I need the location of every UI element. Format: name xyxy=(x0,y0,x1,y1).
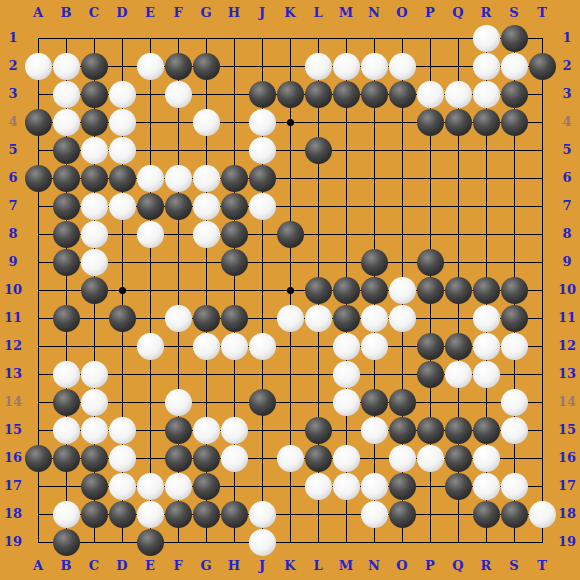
intersection-A16[interactable] xyxy=(24,444,52,472)
intersection-B15[interactable] xyxy=(52,416,80,444)
intersection-G17[interactable] xyxy=(192,472,220,500)
intersection-J8[interactable] xyxy=(248,220,276,248)
intersection-R8[interactable] xyxy=(472,220,500,248)
intersection-P15[interactable] xyxy=(416,416,444,444)
intersection-K17[interactable] xyxy=(276,472,304,500)
intersection-F16[interactable] xyxy=(164,444,192,472)
intersection-E11[interactable] xyxy=(136,304,164,332)
intersection-K5[interactable] xyxy=(276,136,304,164)
intersection-S14[interactable] xyxy=(500,388,528,416)
intersection-Q13[interactable] xyxy=(444,360,472,388)
intersection-B14[interactable] xyxy=(52,388,80,416)
intersection-O19[interactable] xyxy=(388,528,416,556)
intersection-S19[interactable] xyxy=(500,528,528,556)
intersection-B19[interactable] xyxy=(52,528,80,556)
intersection-J18[interactable] xyxy=(248,500,276,528)
intersection-F11[interactable] xyxy=(164,304,192,332)
intersection-K8[interactable] xyxy=(276,220,304,248)
intersection-R12[interactable] xyxy=(472,332,500,360)
intersection-J3[interactable] xyxy=(248,80,276,108)
intersection-F6[interactable] xyxy=(164,164,192,192)
intersection-S13[interactable] xyxy=(500,360,528,388)
intersection-T15[interactable] xyxy=(528,416,556,444)
intersection-N18[interactable] xyxy=(360,500,388,528)
intersection-B18[interactable] xyxy=(52,500,80,528)
intersection-H6[interactable] xyxy=(220,164,248,192)
intersection-J13[interactable] xyxy=(248,360,276,388)
intersection-O9[interactable] xyxy=(388,248,416,276)
intersection-B12[interactable] xyxy=(52,332,80,360)
intersection-R1[interactable] xyxy=(472,24,500,52)
intersection-L6[interactable] xyxy=(304,164,332,192)
intersection-M18[interactable] xyxy=(332,500,360,528)
intersection-G18[interactable] xyxy=(192,500,220,528)
intersection-T19[interactable] xyxy=(528,528,556,556)
intersection-O6[interactable] xyxy=(388,164,416,192)
intersection-A14[interactable] xyxy=(24,388,52,416)
intersection-G3[interactable] xyxy=(192,80,220,108)
intersection-G16[interactable] xyxy=(192,444,220,472)
intersection-P7[interactable] xyxy=(416,192,444,220)
intersection-O18[interactable] xyxy=(388,500,416,528)
intersection-C2[interactable] xyxy=(80,52,108,80)
intersection-T10[interactable] xyxy=(528,276,556,304)
intersection-A1[interactable] xyxy=(24,24,52,52)
intersection-M11[interactable] xyxy=(332,304,360,332)
intersection-N17[interactable] xyxy=(360,472,388,500)
intersection-H10[interactable] xyxy=(220,276,248,304)
intersection-J5[interactable] xyxy=(248,136,276,164)
intersection-F9[interactable] xyxy=(164,248,192,276)
intersection-L3[interactable] xyxy=(304,80,332,108)
intersection-P5[interactable] xyxy=(416,136,444,164)
intersection-G7[interactable] xyxy=(192,192,220,220)
intersection-A10[interactable] xyxy=(24,276,52,304)
intersection-D14[interactable] xyxy=(108,388,136,416)
intersection-C18[interactable] xyxy=(80,500,108,528)
intersection-R11[interactable] xyxy=(472,304,500,332)
intersection-P4[interactable] xyxy=(416,108,444,136)
intersection-B17[interactable] xyxy=(52,472,80,500)
intersection-O15[interactable] xyxy=(388,416,416,444)
intersection-D11[interactable] xyxy=(108,304,136,332)
intersection-L13[interactable] xyxy=(304,360,332,388)
intersection-T3[interactable] xyxy=(528,80,556,108)
intersection-R15[interactable] xyxy=(472,416,500,444)
intersection-R4[interactable] xyxy=(472,108,500,136)
intersection-O17[interactable] xyxy=(388,472,416,500)
intersection-B10[interactable] xyxy=(52,276,80,304)
intersection-J12[interactable] xyxy=(248,332,276,360)
intersection-F12[interactable] xyxy=(164,332,192,360)
intersection-T6[interactable] xyxy=(528,164,556,192)
intersection-G2[interactable] xyxy=(192,52,220,80)
intersection-D19[interactable] xyxy=(108,528,136,556)
intersection-D8[interactable] xyxy=(108,220,136,248)
intersection-F3[interactable] xyxy=(164,80,192,108)
intersection-B3[interactable] xyxy=(52,80,80,108)
intersection-T11[interactable] xyxy=(528,304,556,332)
intersection-N1[interactable] xyxy=(360,24,388,52)
intersection-J6[interactable] xyxy=(248,164,276,192)
intersection-R19[interactable] xyxy=(472,528,500,556)
intersection-B1[interactable] xyxy=(52,24,80,52)
go-board-grid[interactable] xyxy=(24,24,556,556)
intersection-K7[interactable] xyxy=(276,192,304,220)
intersection-A6[interactable] xyxy=(24,164,52,192)
intersection-S9[interactable] xyxy=(500,248,528,276)
intersection-A5[interactable] xyxy=(24,136,52,164)
intersection-K14[interactable] xyxy=(276,388,304,416)
intersection-F17[interactable] xyxy=(164,472,192,500)
intersection-L9[interactable] xyxy=(304,248,332,276)
intersection-Q5[interactable] xyxy=(444,136,472,164)
intersection-B16[interactable] xyxy=(52,444,80,472)
intersection-R3[interactable] xyxy=(472,80,500,108)
intersection-F15[interactable] xyxy=(164,416,192,444)
intersection-O16[interactable] xyxy=(388,444,416,472)
intersection-A7[interactable] xyxy=(24,192,52,220)
intersection-K10[interactable] xyxy=(276,276,304,304)
intersection-O11[interactable] xyxy=(388,304,416,332)
intersection-E13[interactable] xyxy=(136,360,164,388)
intersection-H5[interactable] xyxy=(220,136,248,164)
intersection-H3[interactable] xyxy=(220,80,248,108)
intersection-A2[interactable] xyxy=(24,52,52,80)
intersection-M7[interactable] xyxy=(332,192,360,220)
intersection-Q17[interactable] xyxy=(444,472,472,500)
intersection-E15[interactable] xyxy=(136,416,164,444)
intersection-J9[interactable] xyxy=(248,248,276,276)
intersection-G8[interactable] xyxy=(192,220,220,248)
intersection-B13[interactable] xyxy=(52,360,80,388)
intersection-L4[interactable] xyxy=(304,108,332,136)
intersection-O2[interactable] xyxy=(388,52,416,80)
intersection-N19[interactable] xyxy=(360,528,388,556)
intersection-A11[interactable] xyxy=(24,304,52,332)
intersection-M16[interactable] xyxy=(332,444,360,472)
intersection-A15[interactable] xyxy=(24,416,52,444)
intersection-D5[interactable] xyxy=(108,136,136,164)
intersection-E8[interactable] xyxy=(136,220,164,248)
intersection-F10[interactable] xyxy=(164,276,192,304)
intersection-N2[interactable] xyxy=(360,52,388,80)
intersection-K2[interactable] xyxy=(276,52,304,80)
intersection-E10[interactable] xyxy=(136,276,164,304)
intersection-C1[interactable] xyxy=(80,24,108,52)
intersection-N16[interactable] xyxy=(360,444,388,472)
intersection-T14[interactable] xyxy=(528,388,556,416)
intersection-C8[interactable] xyxy=(80,220,108,248)
intersection-B9[interactable] xyxy=(52,248,80,276)
intersection-K6[interactable] xyxy=(276,164,304,192)
intersection-G12[interactable] xyxy=(192,332,220,360)
intersection-L8[interactable] xyxy=(304,220,332,248)
intersection-K13[interactable] xyxy=(276,360,304,388)
intersection-G14[interactable] xyxy=(192,388,220,416)
intersection-H7[interactable] xyxy=(220,192,248,220)
intersection-K16[interactable] xyxy=(276,444,304,472)
intersection-F13[interactable] xyxy=(164,360,192,388)
intersection-M15[interactable] xyxy=(332,416,360,444)
intersection-P14[interactable] xyxy=(416,388,444,416)
intersection-T12[interactable] xyxy=(528,332,556,360)
intersection-D15[interactable] xyxy=(108,416,136,444)
intersection-S2[interactable] xyxy=(500,52,528,80)
intersection-D3[interactable] xyxy=(108,80,136,108)
intersection-H9[interactable] xyxy=(220,248,248,276)
intersection-L16[interactable] xyxy=(304,444,332,472)
intersection-K1[interactable] xyxy=(276,24,304,52)
intersection-C14[interactable] xyxy=(80,388,108,416)
intersection-P13[interactable] xyxy=(416,360,444,388)
intersection-S11[interactable] xyxy=(500,304,528,332)
intersection-M17[interactable] xyxy=(332,472,360,500)
intersection-N10[interactable] xyxy=(360,276,388,304)
intersection-L19[interactable] xyxy=(304,528,332,556)
intersection-A13[interactable] xyxy=(24,360,52,388)
intersection-P18[interactable] xyxy=(416,500,444,528)
intersection-L2[interactable] xyxy=(304,52,332,80)
intersection-B7[interactable] xyxy=(52,192,80,220)
intersection-T8[interactable] xyxy=(528,220,556,248)
intersection-J17[interactable] xyxy=(248,472,276,500)
intersection-L10[interactable] xyxy=(304,276,332,304)
intersection-J15[interactable] xyxy=(248,416,276,444)
intersection-S15[interactable] xyxy=(500,416,528,444)
intersection-C10[interactable] xyxy=(80,276,108,304)
intersection-S17[interactable] xyxy=(500,472,528,500)
intersection-L14[interactable] xyxy=(304,388,332,416)
intersection-C16[interactable] xyxy=(80,444,108,472)
intersection-Q7[interactable] xyxy=(444,192,472,220)
intersection-F2[interactable] xyxy=(164,52,192,80)
intersection-F8[interactable] xyxy=(164,220,192,248)
intersection-H2[interactable] xyxy=(220,52,248,80)
intersection-T9[interactable] xyxy=(528,248,556,276)
intersection-F1[interactable] xyxy=(164,24,192,52)
intersection-O1[interactable] xyxy=(388,24,416,52)
intersection-Q14[interactable] xyxy=(444,388,472,416)
intersection-E3[interactable] xyxy=(136,80,164,108)
intersection-G15[interactable] xyxy=(192,416,220,444)
intersection-M3[interactable] xyxy=(332,80,360,108)
intersection-J19[interactable] xyxy=(248,528,276,556)
intersection-G5[interactable] xyxy=(192,136,220,164)
intersection-G11[interactable] xyxy=(192,304,220,332)
intersection-T4[interactable] xyxy=(528,108,556,136)
intersection-L1[interactable] xyxy=(304,24,332,52)
intersection-E2[interactable] xyxy=(136,52,164,80)
intersection-H4[interactable] xyxy=(220,108,248,136)
intersection-C19[interactable] xyxy=(80,528,108,556)
intersection-N13[interactable] xyxy=(360,360,388,388)
intersection-M8[interactable] xyxy=(332,220,360,248)
intersection-D12[interactable] xyxy=(108,332,136,360)
intersection-D16[interactable] xyxy=(108,444,136,472)
intersection-L17[interactable] xyxy=(304,472,332,500)
intersection-E5[interactable] xyxy=(136,136,164,164)
intersection-Q18[interactable] xyxy=(444,500,472,528)
intersection-M4[interactable] xyxy=(332,108,360,136)
intersection-H14[interactable] xyxy=(220,388,248,416)
intersection-Q15[interactable] xyxy=(444,416,472,444)
intersection-K19[interactable] xyxy=(276,528,304,556)
intersection-B5[interactable] xyxy=(52,136,80,164)
intersection-R6[interactable] xyxy=(472,164,500,192)
intersection-G4[interactable] xyxy=(192,108,220,136)
intersection-S18[interactable] xyxy=(500,500,528,528)
intersection-P6[interactable] xyxy=(416,164,444,192)
intersection-M12[interactable] xyxy=(332,332,360,360)
intersection-C3[interactable] xyxy=(80,80,108,108)
intersection-J14[interactable] xyxy=(248,388,276,416)
intersection-Q2[interactable] xyxy=(444,52,472,80)
intersection-P1[interactable] xyxy=(416,24,444,52)
intersection-E4[interactable] xyxy=(136,108,164,136)
intersection-R16[interactable] xyxy=(472,444,500,472)
intersection-B2[interactable] xyxy=(52,52,80,80)
intersection-D2[interactable] xyxy=(108,52,136,80)
intersection-H11[interactable] xyxy=(220,304,248,332)
intersection-O8[interactable] xyxy=(388,220,416,248)
intersection-K18[interactable] xyxy=(276,500,304,528)
intersection-Q3[interactable] xyxy=(444,80,472,108)
intersection-J11[interactable] xyxy=(248,304,276,332)
intersection-R17[interactable] xyxy=(472,472,500,500)
intersection-E17[interactable] xyxy=(136,472,164,500)
intersection-F4[interactable] xyxy=(164,108,192,136)
intersection-L5[interactable] xyxy=(304,136,332,164)
intersection-Q16[interactable] xyxy=(444,444,472,472)
intersection-E19[interactable] xyxy=(136,528,164,556)
intersection-N14[interactable] xyxy=(360,388,388,416)
intersection-E16[interactable] xyxy=(136,444,164,472)
intersection-Q10[interactable] xyxy=(444,276,472,304)
intersection-S6[interactable] xyxy=(500,164,528,192)
intersection-S7[interactable] xyxy=(500,192,528,220)
intersection-C5[interactable] xyxy=(80,136,108,164)
intersection-G9[interactable] xyxy=(192,248,220,276)
intersection-T1[interactable] xyxy=(528,24,556,52)
intersection-A3[interactable] xyxy=(24,80,52,108)
intersection-J1[interactable] xyxy=(248,24,276,52)
intersection-N5[interactable] xyxy=(360,136,388,164)
intersection-E18[interactable] xyxy=(136,500,164,528)
intersection-R10[interactable] xyxy=(472,276,500,304)
intersection-T18[interactable] xyxy=(528,500,556,528)
intersection-B11[interactable] xyxy=(52,304,80,332)
intersection-G10[interactable] xyxy=(192,276,220,304)
intersection-S1[interactable] xyxy=(500,24,528,52)
intersection-O10[interactable] xyxy=(388,276,416,304)
intersection-C7[interactable] xyxy=(80,192,108,220)
intersection-J10[interactable] xyxy=(248,276,276,304)
intersection-Q12[interactable] xyxy=(444,332,472,360)
intersection-O13[interactable] xyxy=(388,360,416,388)
intersection-P11[interactable] xyxy=(416,304,444,332)
intersection-L11[interactable] xyxy=(304,304,332,332)
intersection-G19[interactable] xyxy=(192,528,220,556)
intersection-M13[interactable] xyxy=(332,360,360,388)
intersection-J7[interactable] xyxy=(248,192,276,220)
intersection-A12[interactable] xyxy=(24,332,52,360)
intersection-P9[interactable] xyxy=(416,248,444,276)
intersection-K15[interactable] xyxy=(276,416,304,444)
intersection-H12[interactable] xyxy=(220,332,248,360)
intersection-B8[interactable] xyxy=(52,220,80,248)
intersection-M2[interactable] xyxy=(332,52,360,80)
intersection-C4[interactable] xyxy=(80,108,108,136)
intersection-E6[interactable] xyxy=(136,164,164,192)
intersection-P17[interactable] xyxy=(416,472,444,500)
intersection-C15[interactable] xyxy=(80,416,108,444)
intersection-M10[interactable] xyxy=(332,276,360,304)
intersection-T7[interactable] xyxy=(528,192,556,220)
intersection-C9[interactable] xyxy=(80,248,108,276)
intersection-P16[interactable] xyxy=(416,444,444,472)
intersection-H13[interactable] xyxy=(220,360,248,388)
intersection-F14[interactable] xyxy=(164,388,192,416)
intersection-T5[interactable] xyxy=(528,136,556,164)
intersection-E14[interactable] xyxy=(136,388,164,416)
intersection-N7[interactable] xyxy=(360,192,388,220)
intersection-D18[interactable] xyxy=(108,500,136,528)
intersection-H1[interactable] xyxy=(220,24,248,52)
intersection-A8[interactable] xyxy=(24,220,52,248)
intersection-C6[interactable] xyxy=(80,164,108,192)
intersection-A19[interactable] xyxy=(24,528,52,556)
intersection-P19[interactable] xyxy=(416,528,444,556)
intersection-Q9[interactable] xyxy=(444,248,472,276)
intersection-M6[interactable] xyxy=(332,164,360,192)
intersection-R18[interactable] xyxy=(472,500,500,528)
intersection-D1[interactable] xyxy=(108,24,136,52)
intersection-Q1[interactable] xyxy=(444,24,472,52)
intersection-R13[interactable] xyxy=(472,360,500,388)
intersection-G6[interactable] xyxy=(192,164,220,192)
intersection-P10[interactable] xyxy=(416,276,444,304)
intersection-Q6[interactable] xyxy=(444,164,472,192)
intersection-R5[interactable] xyxy=(472,136,500,164)
intersection-O7[interactable] xyxy=(388,192,416,220)
intersection-E12[interactable] xyxy=(136,332,164,360)
intersection-F7[interactable] xyxy=(164,192,192,220)
intersection-S16[interactable] xyxy=(500,444,528,472)
intersection-A4[interactable] xyxy=(24,108,52,136)
intersection-G13[interactable] xyxy=(192,360,220,388)
intersection-T16[interactable] xyxy=(528,444,556,472)
intersection-P3[interactable] xyxy=(416,80,444,108)
intersection-H8[interactable] xyxy=(220,220,248,248)
intersection-A18[interactable] xyxy=(24,500,52,528)
intersection-R2[interactable] xyxy=(472,52,500,80)
intersection-O5[interactable] xyxy=(388,136,416,164)
intersection-D4[interactable] xyxy=(108,108,136,136)
intersection-L18[interactable] xyxy=(304,500,332,528)
intersection-K4[interactable] xyxy=(276,108,304,136)
intersection-J2[interactable] xyxy=(248,52,276,80)
intersection-D10[interactable] xyxy=(108,276,136,304)
intersection-S5[interactable] xyxy=(500,136,528,164)
intersection-S10[interactable] xyxy=(500,276,528,304)
intersection-Q4[interactable] xyxy=(444,108,472,136)
intersection-K12[interactable] xyxy=(276,332,304,360)
intersection-N12[interactable] xyxy=(360,332,388,360)
intersection-O12[interactable] xyxy=(388,332,416,360)
intersection-N9[interactable] xyxy=(360,248,388,276)
intersection-N4[interactable] xyxy=(360,108,388,136)
